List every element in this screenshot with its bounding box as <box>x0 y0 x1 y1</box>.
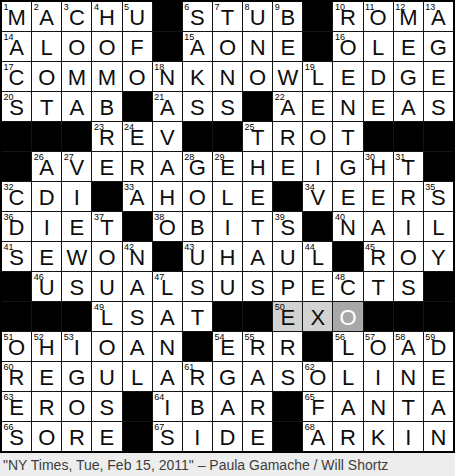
cell-r6c3[interactable]: 27V <box>62 152 91 181</box>
clue-number: 13 <box>425 2 435 12</box>
clue-number: 57 <box>365 332 375 342</box>
cell-letter: B <box>100 97 115 121</box>
cell-r5c9[interactable]: 25T <box>243 122 272 151</box>
cell-r9c1[interactable]: 41S <box>2 242 31 271</box>
cell-r6c2[interactable]: 26A <box>32 152 61 181</box>
cell-letter: S <box>431 97 446 121</box>
cell-r12c3[interactable]: 53I <box>62 332 91 361</box>
cell-letter: T <box>191 307 204 331</box>
cell-r2c15[interactable]: G <box>424 32 453 61</box>
cell-r14c11[interactable]: 65F <box>303 392 332 421</box>
cell-r6c14[interactable]: 31T <box>394 152 423 181</box>
cell-r11c12[interactable]: O <box>333 302 362 331</box>
cell-r15c9[interactable]: E <box>243 422 272 451</box>
cell-letter: R <box>400 187 416 211</box>
cell-r4c10[interactable]: 22A <box>273 92 302 121</box>
cell-letter: T <box>402 397 415 421</box>
cell-r6c11[interactable]: I <box>303 152 332 181</box>
cell-r7c13[interactable]: E <box>364 182 393 211</box>
cell-r11c11[interactable]: X <box>303 302 332 331</box>
cell-r13c12[interactable]: L <box>333 362 362 391</box>
cell-r15c4[interactable]: E <box>92 422 121 451</box>
cell-r3c14[interactable]: G <box>394 62 423 91</box>
cell-letter: E <box>100 427 115 451</box>
cell-letter: Y <box>431 247 446 271</box>
cell-r12c8[interactable]: 54E <box>213 332 242 361</box>
cell-letter: E <box>280 157 295 181</box>
cell-r7c7[interactable]: O <box>183 182 212 211</box>
cell-r15c11[interactable]: 68A <box>303 422 332 451</box>
cell-r2c14[interactable]: E <box>394 32 423 61</box>
cell-r11c10[interactable]: 50E <box>273 302 302 331</box>
cell-r6c5[interactable]: R <box>123 152 152 181</box>
cell-r10c10[interactable]: P <box>273 272 302 301</box>
cell-r9c11[interactable]: 44L <box>303 242 332 271</box>
cell-r6c10[interactable]: E <box>273 152 302 181</box>
cell-r8c1[interactable]: 36D <box>2 212 31 241</box>
cell-r8c14[interactable]: I <box>394 212 423 241</box>
cell-r2c10[interactable]: E <box>273 32 302 61</box>
clue-number: 26 <box>34 152 44 162</box>
cell-r2c13[interactable]: L <box>364 32 393 61</box>
cell-r9c10[interactable]: U <box>273 242 302 271</box>
cell-r5c12[interactable]: T <box>333 122 362 151</box>
cell-r1c13[interactable]: 11O <box>364 2 393 31</box>
cell-r4c1[interactable]: 20S <box>2 92 31 121</box>
cell-letter: A <box>160 367 175 391</box>
cell-r4c3[interactable]: A <box>62 92 91 121</box>
cell-r10c9[interactable]: S <box>243 272 272 301</box>
cell-r12c15[interactable]: 59D <box>424 332 453 361</box>
cell-r8c6[interactable]: 38O <box>153 212 182 241</box>
black-cell <box>394 122 423 151</box>
clue-number: 11 <box>365 2 374 12</box>
black-cell <box>62 302 91 331</box>
cell-letter: B <box>190 217 205 241</box>
cell-r10c3[interactable]: S <box>62 272 91 301</box>
cell-letter: M <box>7 7 25 31</box>
clue-number: 21 <box>154 92 164 102</box>
cell-r14c8[interactable]: A <box>213 392 242 421</box>
cell-r13c5[interactable]: L <box>123 362 152 391</box>
cell-r14c7[interactable]: B <box>183 392 212 421</box>
cell-r7c11[interactable]: 34V <box>303 182 332 211</box>
cell-r3c3[interactable]: M <box>62 62 91 91</box>
cell-r12c10[interactable]: R <box>273 332 302 361</box>
cell-r6c7[interactable]: 28G <box>183 152 212 181</box>
cell-r3c8[interactable]: N <box>213 62 242 91</box>
cell-letter: I <box>194 427 200 451</box>
cell-r1c14[interactable]: 12M <box>394 2 423 31</box>
clue-number: 20 <box>4 92 14 102</box>
cell-letter: E <box>371 187 386 211</box>
cell-letter: A <box>341 397 356 421</box>
cell-r10c4[interactable]: U <box>92 272 121 301</box>
cell-letter: S <box>130 307 145 331</box>
cell-r10c7[interactable]: S <box>183 272 212 301</box>
clue-number: 16 <box>335 32 345 42</box>
clue-number: 10 <box>335 2 345 12</box>
cell-r8c13[interactable]: A <box>364 212 393 241</box>
clue-number: 61 <box>184 362 194 372</box>
cell-r14c15[interactable]: A <box>424 392 453 421</box>
cell-r7c3[interactable]: I <box>62 182 91 211</box>
cell-r3c13[interactable]: D <box>364 62 393 91</box>
cell-r3c9[interactable]: O <box>243 62 272 91</box>
black-cell <box>183 122 212 151</box>
cell-r7c2[interactable]: D <box>32 182 61 211</box>
cell-letter: S <box>69 277 84 301</box>
cell-letter: E <box>39 367 54 391</box>
clue-number: 67 <box>154 422 164 432</box>
cell-r15c14[interactable]: I <box>394 422 423 451</box>
clue-number: 19 <box>305 62 315 72</box>
cell-letter: R <box>250 397 266 421</box>
black-cell <box>123 92 152 121</box>
clue-number: 54 <box>214 332 224 342</box>
cell-r9c14[interactable]: O <box>394 242 423 271</box>
cell-r14c6[interactable]: 64I <box>153 392 182 421</box>
clue-number: 18 <box>154 62 164 72</box>
cell-r1c9[interactable]: 8U <box>243 2 272 31</box>
cell-r4c11[interactable]: E <box>303 92 332 121</box>
cell-r8c12[interactable]: 40N <box>333 212 362 241</box>
cell-letter: E <box>280 37 295 61</box>
cell-r13c13[interactable]: I <box>364 362 393 391</box>
cell-r2c4[interactable]: O <box>92 32 121 61</box>
cell-letter: U <box>250 7 266 31</box>
cell-r3c4[interactable]: M <box>92 62 121 91</box>
cell-r14c14[interactable]: T <box>394 392 423 421</box>
clue-number: 15 <box>184 32 194 42</box>
cell-letter: N <box>430 427 446 451</box>
cell-letter: L <box>41 37 53 61</box>
cell-r10c14[interactable]: S <box>394 272 423 301</box>
clue-number: 40 <box>335 212 345 222</box>
cell-r9c13[interactable]: 45R <box>364 242 393 271</box>
cell-letter: H <box>159 187 175 211</box>
black-cell <box>364 302 393 331</box>
clue-number: 23 <box>94 122 104 132</box>
cell-r5c6[interactable]: V <box>153 122 182 151</box>
clue-number: 22 <box>275 92 285 102</box>
black-cell <box>424 122 453 151</box>
cell-r9c8[interactable]: H <box>213 242 242 271</box>
cell-r9c3[interactable]: W <box>62 242 91 271</box>
cell-letter: R <box>280 337 296 361</box>
cell-r1c2[interactable]: 2A <box>32 2 61 31</box>
black-cell <box>243 92 272 121</box>
cell-letter: L <box>131 367 143 391</box>
cell-r13c9[interactable]: A <box>243 362 272 391</box>
cell-r14c13[interactable]: N <box>364 392 393 421</box>
cell-r14c2[interactable]: R <box>32 392 61 421</box>
cell-r4c7[interactable]: S <box>183 92 212 121</box>
clue-number: 30 <box>365 152 375 162</box>
cell-r13c10[interactable]: S <box>273 362 302 391</box>
cell-letter: O <box>129 67 146 91</box>
clue-number: 24 <box>124 122 134 132</box>
cell-r13c15[interactable]: E <box>424 362 453 391</box>
cell-r9c2[interactable]: E <box>32 242 61 271</box>
cell-letter: S <box>100 397 115 421</box>
clue-number: 12 <box>395 2 405 12</box>
cell-r5c5[interactable]: 24E <box>123 122 152 151</box>
clue-number: 17 <box>4 62 14 72</box>
cell-r3c6[interactable]: 18N <box>153 62 182 91</box>
black-cell <box>62 122 91 151</box>
cell-r12c5[interactable]: A <box>123 332 152 361</box>
cell-r5c11[interactable]: O <box>303 122 332 151</box>
cell-letter: O <box>98 247 115 271</box>
black-cell <box>2 122 31 151</box>
cell-r9c4[interactable]: O <box>92 242 121 271</box>
cell-r15c6[interactable]: 67S <box>153 422 182 451</box>
cell-r7c1[interactable]: 32C <box>2 182 31 211</box>
cell-r2c9[interactable]: N <box>243 32 272 61</box>
cell-r6c4[interactable]: E <box>92 152 121 181</box>
clue-number: 58 <box>395 332 405 342</box>
clue-number: 53 <box>64 332 74 342</box>
cell-r7c15[interactable]: 35S <box>424 182 453 211</box>
cell-letter: O <box>189 187 206 211</box>
cell-r10c5[interactable]: A <box>123 272 152 301</box>
cell-letter: A <box>250 367 265 391</box>
cell-r2c12[interactable]: 16O <box>333 32 362 61</box>
cell-letter: T <box>251 217 264 241</box>
cell-r9c15[interactable]: Y <box>424 242 453 271</box>
cell-r9c9[interactable]: A <box>243 242 272 271</box>
clue-number: 64 <box>154 392 164 402</box>
cell-letter: A <box>250 247 265 271</box>
clue-number: 34 <box>305 182 315 192</box>
cell-r4c6[interactable]: 21A <box>153 92 182 121</box>
cell-r3c15[interactable]: E <box>424 62 453 91</box>
clue-number: 42 <box>124 242 134 252</box>
cell-r11c4[interactable]: 49L <box>92 302 121 331</box>
cell-r6c13[interactable]: 30H <box>364 152 393 181</box>
clue-number: 33 <box>124 182 134 192</box>
cell-r7c5[interactable]: 33A <box>123 182 152 211</box>
cell-letter: S <box>280 367 295 391</box>
cell-r13c6[interactable]: A <box>153 362 182 391</box>
clue-number: 44 <box>305 242 315 252</box>
black-cell <box>123 422 152 451</box>
cell-r12c1[interactable]: 51O <box>2 332 31 361</box>
cell-r4c13[interactable]: E <box>364 92 393 121</box>
cell-r2c3[interactable]: O <box>62 32 91 61</box>
cell-letter: O <box>219 37 236 61</box>
cell-r14c4[interactable]: S <box>92 392 121 421</box>
clue-number: 66 <box>4 422 14 432</box>
clue-number: 59 <box>425 332 435 342</box>
cell-r9c7[interactable]: 43U <box>183 242 212 271</box>
cell-r2c5[interactable]: F <box>123 32 152 61</box>
cell-r13c8[interactable]: G <box>213 362 242 391</box>
cell-r8c3[interactable]: E <box>62 212 91 241</box>
cell-r15c3[interactable]: R <box>62 422 91 451</box>
cell-r4c15[interactable]: S <box>424 92 453 121</box>
cell-r15c8[interactable]: D <box>213 422 242 451</box>
cell-r1c15[interactable]: 13A <box>424 2 453 31</box>
cell-r15c13[interactable]: K <box>364 422 393 451</box>
cell-r4c4[interactable]: B <box>92 92 121 121</box>
cell-letter: U <box>99 367 115 391</box>
cell-letter: I <box>44 217 50 241</box>
cell-r4c8[interactable]: S <box>213 92 242 121</box>
cell-r12c13[interactable]: 57O <box>364 332 393 361</box>
cell-r7c12[interactable]: E <box>333 182 362 211</box>
cell-r6c6[interactable]: A <box>153 152 182 181</box>
cell-letter: A <box>371 217 386 241</box>
cell-r1c4[interactable]: 4H <box>92 2 121 31</box>
cell-r13c1[interactable]: 60R <box>2 362 31 391</box>
cell-r15c2[interactable]: O <box>32 422 61 451</box>
cell-r7c14[interactable]: R <box>394 182 423 211</box>
cell-r11c5[interactable]: S <box>123 302 152 331</box>
cell-r3c5[interactable]: O <box>123 62 152 91</box>
cell-letter: M <box>68 67 86 91</box>
cell-letter: N <box>340 97 356 121</box>
black-cell <box>92 182 121 211</box>
cell-r5c10[interactable]: R <box>273 122 302 151</box>
cell-letter: A <box>431 397 446 421</box>
clue-number: 37 <box>94 212 104 222</box>
cell-letter: E <box>401 37 416 61</box>
cell-r1c5[interactable]: 5U <box>123 2 152 31</box>
cell-letter: O <box>98 337 115 361</box>
cell-r2c1[interactable]: 14A <box>2 32 31 61</box>
cell-r13c11[interactable]: 62O <box>303 362 332 391</box>
cell-r7c6[interactable]: H <box>153 182 182 211</box>
cell-r13c14[interactable]: N <box>394 362 423 391</box>
cell-r8c15[interactable]: L <box>424 212 453 241</box>
cell-letter: I <box>74 187 80 211</box>
cell-r10c12[interactable]: 48C <box>333 272 362 301</box>
cell-r3c1[interactable]: 17C <box>2 62 31 91</box>
cell-r6c12[interactable]: G <box>333 152 362 181</box>
black-cell <box>153 2 182 31</box>
cell-letter: K <box>371 427 386 451</box>
cell-letter: I <box>74 337 80 361</box>
clue-number: 65 <box>305 392 315 402</box>
cell-r11c7[interactable]: T <box>183 302 212 331</box>
cell-letter: F <box>130 37 143 61</box>
cell-r6c9[interactable]: H <box>243 152 272 181</box>
cell-r1c10[interactable]: 9B <box>273 2 302 31</box>
cell-r15c12[interactable]: R <box>333 422 362 451</box>
cell-letter: A <box>220 397 235 421</box>
cell-r1c7[interactable]: 6S <box>183 2 212 31</box>
cell-letter: E <box>100 157 115 181</box>
cell-r12c14[interactable]: 58A <box>394 332 423 361</box>
cell-r8c2[interactable]: I <box>32 212 61 241</box>
cell-r8c4[interactable]: 37T <box>92 212 121 241</box>
cell-r8c7[interactable]: B <box>183 212 212 241</box>
cell-r8c8[interactable]: I <box>213 212 242 241</box>
cell-r6c8[interactable]: 29E <box>213 152 242 181</box>
cell-r14c3[interactable]: O <box>62 392 91 421</box>
cell-r3c12[interactable]: E <box>333 62 362 91</box>
black-cell <box>123 212 152 241</box>
cell-r11c6[interactable]: A <box>153 302 182 331</box>
cell-letter: H <box>250 157 266 181</box>
cell-r12c12[interactable]: 56L <box>333 332 362 361</box>
cell-r8c9[interactable]: T <box>243 212 272 241</box>
cell-r7c8[interactable]: L <box>213 182 242 211</box>
cell-letter: A <box>69 97 84 121</box>
cell-letter: E <box>250 427 265 451</box>
cell-r10c11[interactable]: E <box>303 272 332 301</box>
cell-r5c4[interactable]: 23R <box>92 122 121 151</box>
cell-r3c11[interactable]: 19L <box>303 62 332 91</box>
cell-r2c7[interactable]: 15A <box>183 32 212 61</box>
cell-r10c13[interactable]: T <box>364 272 393 301</box>
black-cell <box>213 122 242 151</box>
cell-r2c8[interactable]: O <box>213 32 242 61</box>
cell-r1c12[interactable]: 10R <box>333 2 362 31</box>
cell-r12c9[interactable]: 55R <box>243 332 272 361</box>
cell-r1c1[interactable]: 1M <box>2 2 31 31</box>
cell-r7c9[interactable]: E <box>243 182 272 211</box>
clue-number: 5 <box>124 2 129 12</box>
cell-letter: B <box>190 397 205 421</box>
cell-r2c2[interactable]: L <box>32 32 61 61</box>
cell-r3c2[interactable]: O <box>32 62 61 91</box>
cell-r9c5[interactable]: 42N <box>123 242 152 271</box>
cell-letter: S <box>190 7 205 31</box>
cell-letter: E <box>341 67 356 91</box>
cell-r14c1[interactable]: 63E <box>2 392 31 421</box>
cell-r1c8[interactable]: 7T <box>213 2 242 31</box>
cell-r13c4[interactable]: U <box>92 362 121 391</box>
cell-r4c14[interactable]: A <box>394 92 423 121</box>
cell-r12c2[interactable]: 52H <box>32 332 61 361</box>
cell-r14c12[interactable]: A <box>333 392 362 421</box>
cell-r10c2[interactable]: 46U <box>32 272 61 301</box>
cell-r14c9[interactable]: R <box>243 392 272 421</box>
black-cell <box>243 302 272 331</box>
cell-r15c7[interactable]: I <box>183 422 212 451</box>
cell-r4c2[interactable]: T <box>32 92 61 121</box>
cell-r13c3[interactable]: G <box>62 362 91 391</box>
cell-letter: S <box>401 277 416 301</box>
cell-r1c3[interactable]: 3C <box>62 2 91 31</box>
cell-r8c10[interactable]: 39S <box>273 212 302 241</box>
cell-r12c4[interactable]: O <box>92 332 121 361</box>
cell-letter: W <box>277 67 298 91</box>
clue-number: 25 <box>245 122 255 132</box>
cell-r15c15[interactable]: N <box>424 422 453 451</box>
cell-r3c10[interactable]: W <box>273 62 302 91</box>
cell-r12c6[interactable]: N <box>153 332 182 361</box>
cell-r13c7[interactable]: 61R <box>183 362 212 391</box>
black-cell <box>153 32 182 61</box>
cell-letter: O <box>249 67 266 91</box>
clue-number: 68 <box>305 422 315 432</box>
cell-r15c1[interactable]: 66S <box>2 422 31 451</box>
cell-r10c8[interactable]: U <box>213 272 242 301</box>
clue-number: 4 <box>94 2 99 12</box>
cell-letter: G <box>339 157 356 181</box>
cell-r4c12[interactable]: N <box>333 92 362 121</box>
cell-letter: K <box>190 67 205 91</box>
cell-r3c7[interactable]: K <box>183 62 212 91</box>
cell-r10c6[interactable]: 47L <box>153 272 182 301</box>
black-cell <box>273 182 302 211</box>
cell-r13c2[interactable]: E <box>32 362 61 391</box>
clue-number: 7 <box>214 2 219 12</box>
